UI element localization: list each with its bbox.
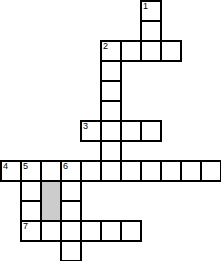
crossword-cell[interactable] (140, 120, 162, 142)
crossword-cell[interactable] (200, 160, 221, 182)
crossword-cell[interactable] (140, 20, 162, 42)
crossword-cell[interactable] (120, 40, 142, 62)
crossword-cell[interactable] (100, 220, 122, 242)
crossword-cell[interactable] (160, 160, 182, 182)
clue-number: 6 (63, 162, 68, 171)
crossword-cell[interactable] (140, 160, 162, 182)
clue-number: 1 (143, 2, 148, 11)
crossword-cell[interactable] (100, 140, 122, 162)
crossword-cell[interactable] (100, 60, 122, 82)
crossword-cell[interactable] (180, 160, 202, 182)
crossword-cell[interactable] (20, 180, 42, 202)
crossword-highlight-cell[interactable] (40, 180, 62, 222)
crossword-cell[interactable] (120, 160, 142, 182)
clue-number: 3 (83, 122, 88, 131)
crossword-cell[interactable] (120, 120, 142, 142)
crossword-cell[interactable] (100, 120, 122, 142)
crossword-cell[interactable] (140, 40, 162, 62)
crossword-cell[interactable] (80, 220, 102, 242)
clue-number: 7 (23, 222, 28, 231)
crossword-cell[interactable] (100, 100, 122, 122)
crossword-cell[interactable] (100, 80, 122, 102)
crossword-board: 1234567 (0, 0, 221, 261)
crossword-cell[interactable] (20, 200, 42, 222)
crossword-cell[interactable] (60, 200, 82, 222)
crossword-cell[interactable] (100, 160, 122, 182)
crossword-cell[interactable] (120, 220, 142, 242)
crossword-cell[interactable] (60, 220, 82, 242)
crossword-cell[interactable] (40, 220, 62, 242)
crossword-cell[interactable] (80, 160, 102, 182)
clue-number: 2 (103, 42, 108, 51)
crossword-cell[interactable] (60, 180, 82, 202)
crossword-cell[interactable] (160, 40, 182, 62)
crossword-cell[interactable] (40, 160, 62, 182)
clue-number: 5 (23, 162, 28, 171)
clue-number: 4 (3, 162, 8, 171)
crossword-cell[interactable] (60, 240, 82, 261)
